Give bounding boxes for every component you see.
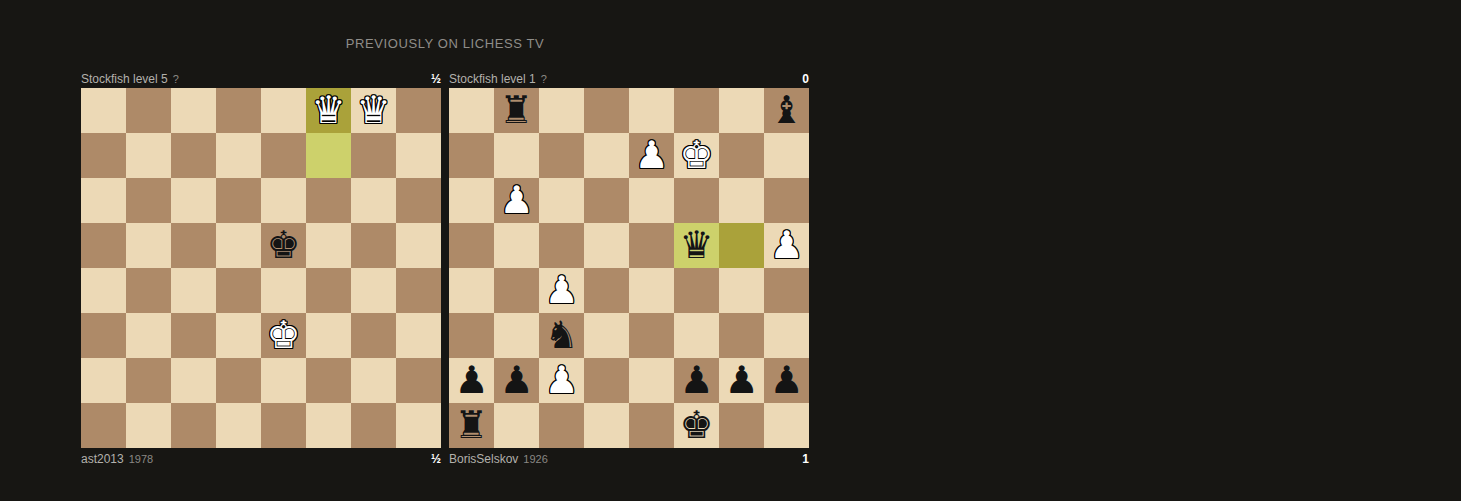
square-r2c4 bbox=[261, 178, 306, 223]
highlighted-square-r0c5: ♛ bbox=[306, 88, 351, 133]
square-r3c4: ♚ bbox=[261, 223, 306, 268]
square-r6c6: ♟ bbox=[719, 358, 764, 403]
square-r4c4 bbox=[629, 268, 674, 313]
bottom-player-name: BorisSelskov bbox=[449, 452, 518, 466]
white-queen-piece: ♛ bbox=[351, 88, 396, 133]
white-pawn-piece: ♟ bbox=[629, 133, 674, 178]
white-queen-piece: ♛ bbox=[306, 88, 351, 133]
square-r0c4 bbox=[629, 88, 674, 133]
square-r5c1 bbox=[494, 313, 539, 358]
previously-on-tv-section: PREVIOUSLY ON LICHESS TV Stockfish level… bbox=[81, 0, 809, 501]
square-r2c4 bbox=[629, 178, 674, 223]
square-r2c3 bbox=[584, 178, 629, 223]
square-r7c4 bbox=[629, 403, 674, 448]
square-r6c3 bbox=[584, 358, 629, 403]
square-r5c2 bbox=[171, 313, 216, 358]
square-r0c3 bbox=[216, 88, 261, 133]
square-r6c1: ♟ bbox=[494, 358, 539, 403]
square-r1c3 bbox=[216, 133, 261, 178]
square-r4c0 bbox=[449, 268, 494, 313]
bottom-player-score: ½ bbox=[431, 450, 441, 468]
game-thumbnail-left[interactable]: Stockfish level 5? ½ ♛♛♚♚ ast20131978 ½ bbox=[81, 70, 441, 468]
player-name-row: ast20131978 bbox=[81, 450, 153, 468]
square-r7c5 bbox=[306, 403, 351, 448]
square-r4c7 bbox=[764, 268, 809, 313]
square-r2c7 bbox=[764, 178, 809, 223]
square-r3c2 bbox=[171, 223, 216, 268]
black-rook-piece: ♜ bbox=[449, 403, 494, 448]
square-r0c7: ♝ bbox=[764, 88, 809, 133]
top-player-bar: Stockfish level 5? ½ bbox=[81, 70, 441, 88]
square-r6c7 bbox=[396, 358, 441, 403]
square-r7c5: ♚ bbox=[674, 403, 719, 448]
square-r6c2: ♟ bbox=[539, 358, 584, 403]
square-r0c7 bbox=[396, 88, 441, 133]
square-r5c2: ♞ bbox=[539, 313, 584, 358]
square-r7c1 bbox=[494, 403, 539, 448]
black-pawn-piece: ♟ bbox=[449, 358, 494, 403]
square-r2c2 bbox=[539, 178, 584, 223]
square-r6c6 bbox=[351, 358, 396, 403]
square-r0c0 bbox=[449, 88, 494, 133]
square-r5c5 bbox=[306, 313, 351, 358]
square-r1c5: ♚ bbox=[674, 133, 719, 178]
top-player-bar: Stockfish level 1? 0 bbox=[449, 70, 809, 88]
square-r7c4 bbox=[261, 403, 306, 448]
square-r3c4 bbox=[629, 223, 674, 268]
square-r7c1 bbox=[126, 403, 171, 448]
square-r6c4 bbox=[629, 358, 674, 403]
black-king-piece: ♚ bbox=[261, 223, 306, 268]
top-player-score: 0 bbox=[802, 70, 809, 88]
top-player-rating: ? bbox=[173, 73, 179, 85]
square-r2c5 bbox=[306, 178, 351, 223]
square-r4c1 bbox=[494, 268, 539, 313]
square-r6c0: ♟ bbox=[449, 358, 494, 403]
square-r4c6 bbox=[351, 268, 396, 313]
black-bishop-piece: ♝ bbox=[764, 88, 809, 133]
section-title: PREVIOUSLY ON LICHESS TV bbox=[81, 36, 809, 51]
black-pawn-piece: ♟ bbox=[674, 358, 719, 403]
square-r5c7 bbox=[396, 313, 441, 358]
square-r7c0: ♜ bbox=[449, 403, 494, 448]
square-r4c2: ♟ bbox=[539, 268, 584, 313]
square-r0c4 bbox=[261, 88, 306, 133]
square-r2c6 bbox=[719, 178, 764, 223]
chess-board-right: ♜♝♟♚♟♛♟♟♞♟♟♟♟♟♟♜♚ bbox=[449, 88, 809, 448]
top-player-score: ½ bbox=[431, 70, 441, 88]
square-r1c6 bbox=[351, 133, 396, 178]
square-r1c1 bbox=[494, 133, 539, 178]
chess-board-left: ♛♛♚♚ bbox=[81, 88, 441, 448]
black-pawn-piece: ♟ bbox=[719, 358, 764, 403]
black-pawn-piece: ♟ bbox=[764, 358, 809, 403]
square-r7c3 bbox=[216, 403, 261, 448]
black-king-piece: ♚ bbox=[674, 403, 719, 448]
bottom-player-name: ast2013 bbox=[81, 452, 124, 466]
square-r3c0 bbox=[449, 223, 494, 268]
square-r5c0 bbox=[81, 313, 126, 358]
top-player-rating: ? bbox=[541, 73, 547, 85]
black-pawn-piece: ♟ bbox=[494, 358, 539, 403]
square-r5c0 bbox=[449, 313, 494, 358]
square-r4c4 bbox=[261, 268, 306, 313]
bottom-player-score: 1 bbox=[802, 450, 809, 468]
bottom-player-bar: ast20131978 ½ bbox=[81, 448, 441, 468]
square-r3c3 bbox=[216, 223, 261, 268]
square-r0c3 bbox=[584, 88, 629, 133]
square-r4c0 bbox=[81, 268, 126, 313]
square-r1c7 bbox=[396, 133, 441, 178]
square-r7c7 bbox=[396, 403, 441, 448]
square-r1c0 bbox=[449, 133, 494, 178]
bottom-player-rating: 1926 bbox=[523, 453, 547, 465]
square-r1c7 bbox=[764, 133, 809, 178]
bottom-player-rating: 1978 bbox=[129, 453, 153, 465]
square-r1c4 bbox=[261, 133, 306, 178]
square-r3c1 bbox=[494, 223, 539, 268]
square-r7c6 bbox=[719, 403, 764, 448]
square-r2c2 bbox=[171, 178, 216, 223]
square-r1c2 bbox=[171, 133, 216, 178]
square-r2c1 bbox=[126, 178, 171, 223]
player-name-row: Stockfish level 1? bbox=[449, 70, 547, 88]
highlighted-square-r3c5: ♛ bbox=[674, 223, 719, 268]
square-r2c7 bbox=[396, 178, 441, 223]
white-pawn-piece: ♟ bbox=[539, 358, 584, 403]
square-r4c3 bbox=[584, 268, 629, 313]
game-thumbnail-right[interactable]: Stockfish level 1? 0 ♜♝♟♚♟♛♟♟♞♟♟♟♟♟♟♜♚ B… bbox=[449, 70, 809, 468]
square-r5c7 bbox=[764, 313, 809, 358]
highlighted-square-r1c5 bbox=[306, 133, 351, 178]
square-r5c6 bbox=[719, 313, 764, 358]
square-r3c0 bbox=[81, 223, 126, 268]
square-r0c5 bbox=[674, 88, 719, 133]
square-r1c3 bbox=[584, 133, 629, 178]
square-r3c7 bbox=[396, 223, 441, 268]
square-r4c5 bbox=[306, 268, 351, 313]
square-r3c1 bbox=[126, 223, 171, 268]
top-player-name: Stockfish level 5 bbox=[81, 72, 168, 86]
square-r0c0 bbox=[81, 88, 126, 133]
square-r5c1 bbox=[126, 313, 171, 358]
bottom-player-bar: BorisSelskov1926 1 bbox=[449, 448, 809, 468]
black-queen-piece: ♛ bbox=[674, 223, 719, 268]
white-pawn-piece: ♟ bbox=[764, 223, 809, 268]
player-name-row: BorisSelskov1926 bbox=[449, 450, 548, 468]
square-r4c1 bbox=[126, 268, 171, 313]
player-name-row: Stockfish level 5? bbox=[81, 70, 179, 88]
square-r5c5 bbox=[674, 313, 719, 358]
square-r5c3 bbox=[584, 313, 629, 358]
square-r0c6: ♛ bbox=[351, 88, 396, 133]
square-r4c5 bbox=[674, 268, 719, 313]
square-r1c1 bbox=[126, 133, 171, 178]
square-r2c0 bbox=[449, 178, 494, 223]
square-r7c2 bbox=[171, 403, 216, 448]
square-r4c6 bbox=[719, 268, 764, 313]
white-king-piece: ♚ bbox=[261, 313, 306, 358]
square-r5c4 bbox=[629, 313, 674, 358]
black-knight-piece: ♞ bbox=[539, 313, 584, 358]
top-player-name: Stockfish level 1 bbox=[449, 72, 536, 86]
square-r6c5 bbox=[306, 358, 351, 403]
highlighted-square-r3c6 bbox=[719, 223, 764, 268]
square-r5c6 bbox=[351, 313, 396, 358]
square-r0c2 bbox=[539, 88, 584, 133]
square-r2c1: ♟ bbox=[494, 178, 539, 223]
square-r4c7 bbox=[396, 268, 441, 313]
square-r0c2 bbox=[171, 88, 216, 133]
square-r1c0 bbox=[81, 133, 126, 178]
square-r2c0 bbox=[81, 178, 126, 223]
square-r7c0 bbox=[81, 403, 126, 448]
square-r6c1 bbox=[126, 358, 171, 403]
white-pawn-piece: ♟ bbox=[494, 178, 539, 223]
square-r1c6 bbox=[719, 133, 764, 178]
square-r0c1: ♜ bbox=[494, 88, 539, 133]
lichess-tv-preview-page: PREVIOUSLY ON LICHESS TV Stockfish level… bbox=[0, 0, 1461, 501]
square-r6c3 bbox=[216, 358, 261, 403]
square-r7c3 bbox=[584, 403, 629, 448]
square-r4c3 bbox=[216, 268, 261, 313]
square-r3c5 bbox=[306, 223, 351, 268]
square-r3c7: ♟ bbox=[764, 223, 809, 268]
white-king-piece: ♚ bbox=[674, 133, 719, 178]
square-r5c3 bbox=[216, 313, 261, 358]
square-r0c6 bbox=[719, 88, 764, 133]
square-r7c2 bbox=[539, 403, 584, 448]
square-r7c6 bbox=[351, 403, 396, 448]
square-r0c1 bbox=[126, 88, 171, 133]
square-r6c0 bbox=[81, 358, 126, 403]
square-r6c2 bbox=[171, 358, 216, 403]
white-pawn-piece: ♟ bbox=[539, 268, 584, 313]
square-r3c6 bbox=[351, 223, 396, 268]
square-r6c5: ♟ bbox=[674, 358, 719, 403]
black-rook-piece: ♜ bbox=[494, 88, 539, 133]
square-r6c7: ♟ bbox=[764, 358, 809, 403]
square-r1c4: ♟ bbox=[629, 133, 674, 178]
square-r3c3 bbox=[584, 223, 629, 268]
square-r7c7 bbox=[764, 403, 809, 448]
square-r2c6 bbox=[351, 178, 396, 223]
square-r2c3 bbox=[216, 178, 261, 223]
square-r6c4 bbox=[261, 358, 306, 403]
square-r2c5 bbox=[674, 178, 719, 223]
square-r4c2 bbox=[171, 268, 216, 313]
square-r5c4: ♚ bbox=[261, 313, 306, 358]
square-r1c2 bbox=[539, 133, 584, 178]
square-r3c2 bbox=[539, 223, 584, 268]
